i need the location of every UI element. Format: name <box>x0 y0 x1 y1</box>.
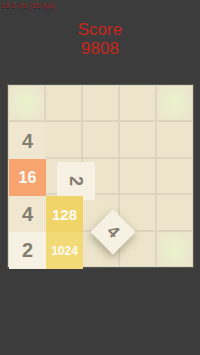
board-cell <box>46 232 81 266</box>
board-cell <box>83 232 118 266</box>
board[interactable] <box>7 84 194 268</box>
board-cell <box>83 86 118 120</box>
board-cell <box>83 195 118 229</box>
board-cell <box>9 195 44 229</box>
score-label: Score <box>0 21 200 40</box>
board-cell <box>46 122 81 156</box>
board-cell <box>9 122 44 156</box>
board-cell <box>120 195 155 229</box>
board-cell <box>9 232 44 266</box>
board-cell <box>83 159 118 193</box>
board-cell-glow <box>9 86 44 120</box>
board-cell <box>46 195 81 229</box>
board-cell <box>120 159 155 193</box>
board-cell <box>120 86 155 120</box>
board-cell <box>120 122 155 156</box>
board-cell <box>46 159 81 193</box>
score-value: 9808 <box>0 40 200 59</box>
board-cell <box>83 122 118 156</box>
board-cell <box>9 159 44 193</box>
board-cell <box>157 122 192 156</box>
score-block: Score 9808 <box>0 21 200 58</box>
board-cell-glow <box>157 232 192 266</box>
board-cell <box>157 195 192 229</box>
board-cell-glow <box>157 86 192 120</box>
board-cell <box>120 232 155 266</box>
board-cell <box>157 159 192 193</box>
board-cell <box>46 86 81 120</box>
performance-readout: 15.3 ms (65 fps) <box>1 1 55 10</box>
